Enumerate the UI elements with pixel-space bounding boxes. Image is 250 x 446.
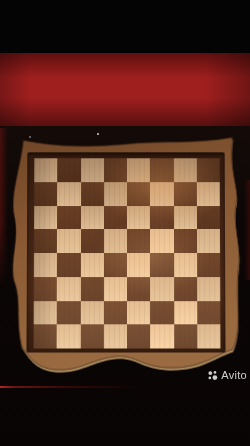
square-a3 — [34, 277, 57, 301]
square-d7 — [104, 182, 127, 206]
square-f5 — [150, 229, 173, 253]
square-e6 — [127, 206, 150, 230]
square-f2 — [150, 301, 173, 325]
square-h8 — [197, 158, 220, 182]
red-reflection-right — [244, 180, 250, 280]
square-b1 — [57, 325, 80, 349]
square-e5 — [127, 229, 150, 253]
square-c6 — [81, 206, 104, 230]
square-e1 — [127, 325, 150, 349]
red-reflection-left — [0, 128, 8, 288]
square-d3 — [104, 277, 127, 301]
checkerboard-grid — [34, 158, 221, 348]
avito-dots-logo-icon — [207, 370, 218, 381]
square-a8 — [34, 158, 57, 182]
square-d6 — [104, 206, 127, 230]
background-black-top — [0, 0, 250, 54]
square-f8 — [150, 158, 173, 182]
square-f3 — [150, 277, 173, 301]
red-table-edge-line — [0, 386, 140, 388]
square-d5 — [104, 229, 127, 253]
square-h5 — [197, 229, 220, 253]
square-a6 — [34, 206, 57, 230]
square-g5 — [173, 229, 196, 253]
square-e2 — [127, 301, 150, 325]
square-c1 — [80, 325, 103, 349]
red-wall-background — [0, 53, 250, 126]
square-g2 — [174, 301, 197, 325]
square-c3 — [80, 277, 103, 301]
square-g7 — [173, 182, 196, 206]
square-g1 — [174, 325, 197, 349]
square-d8 — [104, 158, 127, 182]
square-h6 — [197, 206, 220, 230]
square-g6 — [173, 206, 196, 230]
square-h4 — [197, 253, 220, 277]
square-b8 — [57, 158, 80, 182]
chess-board — [9, 132, 244, 380]
watermark-label: Avito — [221, 369, 247, 381]
square-b6 — [57, 206, 80, 230]
square-b2 — [57, 301, 80, 325]
square-a7 — [34, 182, 57, 206]
square-c7 — [81, 182, 104, 206]
square-g4 — [174, 253, 197, 277]
square-f7 — [150, 182, 173, 206]
square-f1 — [150, 325, 173, 349]
square-h7 — [197, 182, 220, 206]
square-d1 — [104, 325, 127, 349]
square-f6 — [150, 206, 173, 230]
avito-watermark: Avito — [207, 369, 247, 381]
square-e8 — [127, 158, 150, 182]
square-e4 — [127, 253, 150, 277]
square-b5 — [57, 229, 80, 253]
square-a5 — [34, 229, 57, 253]
square-g3 — [174, 277, 197, 301]
square-b3 — [57, 277, 80, 301]
photo-scene: Avito — [0, 0, 250, 446]
square-a4 — [34, 253, 57, 277]
square-e7 — [127, 182, 150, 206]
square-c8 — [81, 158, 104, 182]
square-a1 — [34, 325, 57, 349]
square-g8 — [173, 158, 196, 182]
square-e3 — [127, 277, 150, 301]
square-c5 — [80, 229, 103, 253]
square-b7 — [57, 182, 80, 206]
square-h2 — [197, 301, 220, 325]
square-h1 — [197, 325, 220, 349]
square-f4 — [150, 253, 173, 277]
square-h3 — [197, 277, 220, 301]
square-c4 — [80, 253, 103, 277]
square-b4 — [57, 253, 80, 277]
square-d2 — [104, 301, 127, 325]
square-d4 — [104, 253, 127, 277]
square-c2 — [80, 301, 103, 325]
square-a2 — [34, 301, 57, 325]
